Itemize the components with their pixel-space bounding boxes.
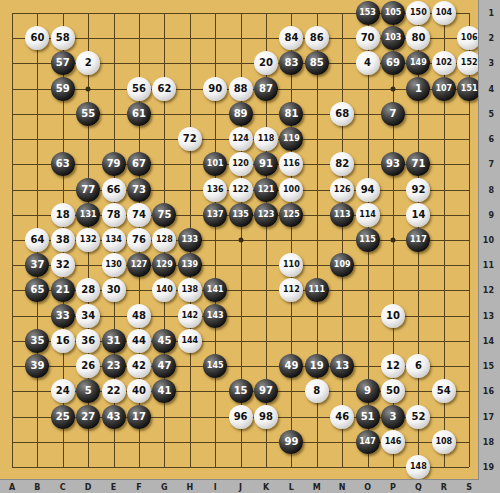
black-stone-43: 43 xyxy=(102,405,126,429)
white-stone-66: 66 xyxy=(102,178,126,202)
black-stone-35: 35 xyxy=(25,329,49,353)
white-stone-68: 68 xyxy=(330,102,354,126)
black-stone-33: 33 xyxy=(51,304,75,328)
black-stone-101: 101 xyxy=(203,152,227,176)
black-stone-153: 153 xyxy=(356,1,380,25)
black-stone-99: 99 xyxy=(279,430,303,454)
black-stone-31: 31 xyxy=(102,329,126,353)
white-stone-36: 36 xyxy=(76,329,100,353)
white-stone-90: 90 xyxy=(203,77,227,101)
row-label-4: 4 xyxy=(488,84,494,93)
black-stone-65: 65 xyxy=(25,278,49,302)
white-stone-46: 46 xyxy=(330,405,354,429)
black-stone-49: 49 xyxy=(279,354,303,378)
white-stone-10: 10 xyxy=(381,304,405,328)
black-stone-145: 145 xyxy=(203,354,227,378)
column-label-J: J xyxy=(239,483,242,492)
white-stone-102: 102 xyxy=(432,51,456,75)
black-stone-61: 61 xyxy=(127,102,151,126)
black-stone-143: 143 xyxy=(203,304,227,328)
white-stone-4: 4 xyxy=(356,51,380,75)
column-label-B: B xyxy=(34,483,40,492)
white-stone-80: 80 xyxy=(406,26,430,50)
white-stone-8: 8 xyxy=(305,379,329,403)
column-label-C: C xyxy=(60,483,66,492)
column-label-S: S xyxy=(466,483,472,492)
row-label-3: 3 xyxy=(488,59,494,68)
row-label-12: 12 xyxy=(483,286,494,295)
black-stone-73: 73 xyxy=(127,178,151,202)
white-stone-146: 146 xyxy=(381,430,405,454)
white-stone-144: 144 xyxy=(178,329,202,353)
white-stone-76: 76 xyxy=(127,228,151,252)
grid-vline xyxy=(291,13,292,467)
column-label-L: L xyxy=(289,483,294,492)
column-label-Q: Q xyxy=(415,483,422,492)
white-stone-50: 50 xyxy=(381,379,405,403)
white-stone-110: 110 xyxy=(279,253,303,277)
white-stone-40: 40 xyxy=(127,379,151,403)
black-stone-37: 37 xyxy=(25,253,49,277)
white-stone-32: 32 xyxy=(51,253,75,277)
column-label-H: H xyxy=(186,483,193,492)
column-label-F: F xyxy=(136,483,141,492)
grid-hline xyxy=(12,467,469,468)
black-stone-83: 83 xyxy=(279,51,303,75)
black-stone-39: 39 xyxy=(25,354,49,378)
white-stone-26: 26 xyxy=(76,354,100,378)
white-stone-92: 92 xyxy=(406,178,430,202)
row-label-2: 2 xyxy=(488,34,494,43)
white-stone-114: 114 xyxy=(356,203,380,227)
row-label-10: 10 xyxy=(483,236,494,245)
black-stone-27: 27 xyxy=(76,405,100,429)
column-label-M: M xyxy=(313,483,321,492)
white-stone-48: 48 xyxy=(127,304,151,328)
star-point xyxy=(391,237,396,242)
black-stone-139: 139 xyxy=(178,253,202,277)
white-stone-138: 138 xyxy=(178,278,202,302)
row-label-1: 1 xyxy=(488,9,494,18)
black-stone-57: 57 xyxy=(51,51,75,75)
black-stone-47: 47 xyxy=(152,354,176,378)
black-stone-25: 25 xyxy=(51,405,75,429)
black-stone-131: 131 xyxy=(76,203,100,227)
row-label-15: 15 xyxy=(483,362,494,371)
black-stone-5: 5 xyxy=(76,379,100,403)
row-label-18: 18 xyxy=(483,437,494,446)
black-stone-141: 141 xyxy=(203,278,227,302)
black-stone-15: 15 xyxy=(229,379,253,403)
black-stone-3: 3 xyxy=(381,405,405,429)
white-stone-82: 82 xyxy=(330,152,354,176)
white-stone-88: 88 xyxy=(229,77,253,101)
white-stone-124: 124 xyxy=(229,127,253,151)
row-label-9: 9 xyxy=(488,210,494,219)
black-stone-19: 19 xyxy=(305,354,329,378)
white-stone-14: 14 xyxy=(406,203,430,227)
white-stone-18: 18 xyxy=(51,203,75,227)
black-stone-111: 111 xyxy=(305,278,329,302)
row-label-11: 11 xyxy=(483,261,494,270)
white-stone-100: 100 xyxy=(279,178,303,202)
white-stone-140: 140 xyxy=(152,278,176,302)
black-stone-97: 97 xyxy=(254,379,278,403)
white-stone-142: 142 xyxy=(178,304,202,328)
white-stone-104: 104 xyxy=(432,1,456,25)
white-stone-38: 38 xyxy=(51,228,75,252)
star-point xyxy=(391,86,396,91)
black-stone-45: 45 xyxy=(152,329,176,353)
black-stone-149: 149 xyxy=(406,51,430,75)
black-stone-91: 91 xyxy=(254,152,278,176)
black-stone-75: 75 xyxy=(152,203,176,227)
black-stone-133: 133 xyxy=(178,228,202,252)
white-stone-6: 6 xyxy=(406,354,430,378)
white-stone-134: 134 xyxy=(102,228,126,252)
black-stone-109: 109 xyxy=(330,253,354,277)
white-stone-112: 112 xyxy=(279,278,303,302)
white-stone-22: 22 xyxy=(102,379,126,403)
white-stone-136: 136 xyxy=(203,178,227,202)
grid-hline xyxy=(12,265,469,266)
white-stone-20: 20 xyxy=(254,51,278,75)
column-label-D: D xyxy=(85,483,92,492)
white-stone-30: 30 xyxy=(102,278,126,302)
black-stone-71: 71 xyxy=(406,152,430,176)
white-stone-62: 62 xyxy=(152,77,176,101)
black-stone-137: 137 xyxy=(203,203,227,227)
go-board[interactable]: 1531051501046058848670103801065722083854… xyxy=(0,0,500,493)
black-stone-107: 107 xyxy=(432,77,456,101)
white-stone-126: 126 xyxy=(330,178,354,202)
black-stone-93: 93 xyxy=(381,152,405,176)
black-stone-69: 69 xyxy=(381,51,405,75)
white-stone-130: 130 xyxy=(102,253,126,277)
column-label-I: I xyxy=(214,483,217,492)
white-stone-94: 94 xyxy=(356,178,380,202)
white-stone-16: 16 xyxy=(51,329,75,353)
white-stone-108: 108 xyxy=(432,430,456,454)
white-stone-132: 132 xyxy=(76,228,100,252)
column-label-G: G xyxy=(161,483,168,492)
black-stone-125: 125 xyxy=(279,203,303,227)
white-stone-74: 74 xyxy=(127,203,151,227)
black-stone-41: 41 xyxy=(152,379,176,403)
black-stone-117: 117 xyxy=(406,228,430,252)
black-stone-119: 119 xyxy=(279,127,303,151)
white-stone-78: 78 xyxy=(102,203,126,227)
white-stone-150: 150 xyxy=(406,1,430,25)
star-point xyxy=(86,86,91,91)
white-stone-86: 86 xyxy=(305,26,329,50)
black-stone-79: 79 xyxy=(102,152,126,176)
black-stone-89: 89 xyxy=(229,102,253,126)
black-stone-17: 17 xyxy=(127,405,151,429)
white-stone-148: 148 xyxy=(406,455,430,479)
white-stone-52: 52 xyxy=(406,405,430,429)
black-stone-135: 135 xyxy=(229,203,253,227)
white-stone-122: 122 xyxy=(229,178,253,202)
white-stone-60: 60 xyxy=(25,26,49,50)
column-label-P: P xyxy=(390,483,396,492)
white-stone-42: 42 xyxy=(127,354,151,378)
row-label-5: 5 xyxy=(488,109,494,118)
black-stone-7: 7 xyxy=(381,102,405,126)
row-label-8: 8 xyxy=(488,185,494,194)
black-stone-87: 87 xyxy=(254,77,278,101)
black-stone-103: 103 xyxy=(381,26,405,50)
white-stone-70: 70 xyxy=(356,26,380,50)
white-stone-54: 54 xyxy=(432,379,456,403)
white-stone-24: 24 xyxy=(51,379,75,403)
black-stone-59: 59 xyxy=(51,77,75,101)
star-point xyxy=(238,237,243,242)
black-stone-105: 105 xyxy=(381,1,405,25)
column-label-A: A xyxy=(9,483,15,492)
white-stone-58: 58 xyxy=(51,26,75,50)
black-stone-129: 129 xyxy=(152,253,176,277)
white-stone-28: 28 xyxy=(76,278,100,302)
white-stone-98: 98 xyxy=(254,405,278,429)
row-label-16: 16 xyxy=(483,387,494,396)
white-stone-84: 84 xyxy=(279,26,303,50)
black-stone-85: 85 xyxy=(305,51,329,75)
white-stone-116: 116 xyxy=(279,152,303,176)
black-stone-51: 51 xyxy=(356,405,380,429)
black-stone-13: 13 xyxy=(330,354,354,378)
grid-vline xyxy=(342,13,343,467)
row-label-17: 17 xyxy=(483,412,494,421)
black-stone-67: 67 xyxy=(127,152,151,176)
column-label-O: O xyxy=(364,483,371,492)
row-label-13: 13 xyxy=(483,311,494,320)
row-label-7: 7 xyxy=(488,160,494,169)
row-label-14: 14 xyxy=(483,336,494,345)
black-stone-123: 123 xyxy=(254,203,278,227)
white-stone-34: 34 xyxy=(76,304,100,328)
white-stone-128: 128 xyxy=(152,228,176,252)
black-stone-77: 77 xyxy=(76,178,100,202)
column-label-N: N xyxy=(339,483,346,492)
white-stone-118: 118 xyxy=(254,127,278,151)
black-stone-9: 9 xyxy=(356,379,380,403)
column-label-K: K xyxy=(263,483,269,492)
column-label-strip xyxy=(0,479,500,493)
black-stone-23: 23 xyxy=(102,354,126,378)
white-stone-2: 2 xyxy=(76,51,100,75)
white-stone-12: 12 xyxy=(381,354,405,378)
black-stone-81: 81 xyxy=(279,102,303,126)
black-stone-121: 121 xyxy=(254,178,278,202)
white-stone-64: 64 xyxy=(25,228,49,252)
row-label-6: 6 xyxy=(488,135,494,144)
black-stone-55: 55 xyxy=(76,102,100,126)
white-stone-72: 72 xyxy=(178,127,202,151)
black-stone-63: 63 xyxy=(51,152,75,176)
white-stone-44: 44 xyxy=(127,329,151,353)
black-stone-147: 147 xyxy=(356,430,380,454)
white-stone-96: 96 xyxy=(229,405,253,429)
white-stone-120: 120 xyxy=(229,152,253,176)
black-stone-115: 115 xyxy=(356,228,380,252)
black-stone-113: 113 xyxy=(330,203,354,227)
black-stone-21: 21 xyxy=(51,278,75,302)
column-label-R: R xyxy=(441,483,447,492)
row-label-19: 19 xyxy=(483,463,494,472)
black-stone-127: 127 xyxy=(127,253,151,277)
white-stone-56: 56 xyxy=(127,77,151,101)
black-stone-1: 1 xyxy=(406,77,430,101)
column-label-E: E xyxy=(111,483,116,492)
